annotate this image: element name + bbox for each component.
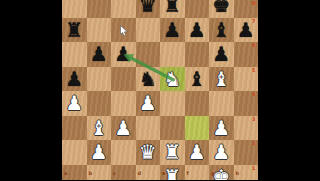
white-pawn[interactable]: ♟ [90,142,108,162]
white-queen[interactable]: ♛ [139,142,157,162]
square-b1[interactable] [87,165,112,181]
square-f6[interactable] [185,42,210,67]
white-rook[interactable]: ♜ [163,142,181,162]
black-queen[interactable]: ♛ [139,0,157,15]
square-a6[interactable] [62,42,87,67]
white-knight[interactable]: ♞ [163,68,181,88]
square-d8[interactable]: ♛ [136,0,161,18]
chess-board: ♛♜♚♜♟♟♝♟♟♟♟♟♞♞♝♝♟♟♝♟♟♟♛♜♟♟♜♚87654321abcd… [62,0,258,180]
square-c3[interactable]: ♟ [111,116,136,141]
square-d6[interactable] [136,42,161,67]
square-b7[interactable] [87,18,112,43]
square-d1[interactable] [136,165,161,181]
square-f7[interactable]: ♟ [185,18,210,43]
square-h4[interactable] [234,91,259,116]
square-e5[interactable]: ♞ [160,67,185,92]
square-d5[interactable]: ♞ [136,67,161,92]
square-h7[interactable]: ♟ [234,18,259,43]
white-pawn[interactable]: ♟ [65,93,83,113]
square-f3[interactable] [185,116,210,141]
square-e3[interactable] [160,116,185,141]
square-c2[interactable] [111,140,136,165]
square-a8[interactable] [62,0,87,18]
square-f1[interactable] [185,165,210,181]
square-c4[interactable] [111,91,136,116]
square-a2[interactable] [62,140,87,165]
square-b8[interactable] [87,0,112,18]
square-g6[interactable]: ♟ [209,42,234,67]
square-f5[interactable]: ♝ [185,67,210,92]
square-f2[interactable]: ♟ [185,140,210,165]
white-pawn[interactable]: ♟ [212,117,230,137]
square-h8[interactable] [234,0,259,18]
square-g4[interactable] [209,91,234,116]
white-bishop[interactable]: ♝ [90,117,108,137]
black-pawn[interactable]: ♟ [237,19,255,39]
square-e1[interactable]: ♜ [160,165,185,181]
square-c6[interactable]: ♟ [111,42,136,67]
square-f8[interactable] [185,0,210,18]
white-king[interactable]: ♚ [212,166,230,180]
black-bishop[interactable]: ♝ [212,19,230,39]
black-king[interactable]: ♚ [212,0,230,15]
square-d4[interactable]: ♟ [136,91,161,116]
square-c8[interactable] [111,0,136,18]
square-a3[interactable] [62,116,87,141]
square-h2[interactable] [234,140,259,165]
square-e4[interactable] [160,91,185,116]
square-c7[interactable] [111,18,136,43]
black-bishop[interactable]: ♝ [188,68,206,88]
square-g2[interactable]: ♟ [209,140,234,165]
black-rook[interactable]: ♜ [65,19,83,39]
square-e7[interactable]: ♟ [160,18,185,43]
square-c5[interactable] [111,67,136,92]
square-b2[interactable]: ♟ [87,140,112,165]
square-h6[interactable] [234,42,259,67]
black-pawn[interactable]: ♟ [114,44,132,64]
black-knight[interactable]: ♞ [139,68,157,88]
square-d3[interactable] [136,116,161,141]
white-rook[interactable]: ♜ [163,166,181,180]
black-pawn[interactable]: ♟ [212,44,230,64]
white-pawn[interactable]: ♟ [114,117,132,137]
black-pawn[interactable]: ♟ [163,19,181,39]
black-pawn[interactable]: ♟ [65,68,83,88]
square-e2[interactable]: ♜ [160,140,185,165]
square-b5[interactable] [87,67,112,92]
square-e6[interactable] [160,42,185,67]
square-b3[interactable]: ♝ [87,116,112,141]
white-pawn[interactable]: ♟ [139,93,157,113]
square-d7[interactable] [136,18,161,43]
square-h5[interactable] [234,67,259,92]
square-b4[interactable] [87,91,112,116]
square-g3[interactable]: ♟ [209,116,234,141]
black-pawn[interactable]: ♟ [188,19,206,39]
square-b6[interactable]: ♟ [87,42,112,67]
white-pawn[interactable]: ♟ [212,142,230,162]
white-pawn[interactable]: ♟ [188,142,206,162]
square-d2[interactable]: ♛ [136,140,161,165]
square-g5[interactable]: ♝ [209,67,234,92]
square-a7[interactable]: ♜ [62,18,87,43]
black-pawn[interactable]: ♟ [90,44,108,64]
square-e8[interactable]: ♜ [160,0,185,18]
square-a5[interactable]: ♟ [62,67,87,92]
square-a4[interactable]: ♟ [62,91,87,116]
square-h3[interactable] [234,116,259,141]
square-f4[interactable] [185,91,210,116]
square-c1[interactable] [111,165,136,181]
black-rook[interactable]: ♜ [163,0,181,15]
square-g7[interactable]: ♝ [209,18,234,43]
square-g8[interactable]: ♚ [209,0,234,18]
screenshot-stage: ♛♜♚♜♟♟♝♟♟♟♟♟♞♞♝♝♟♟♝♟♟♟♛♜♟♟♜♚87654321abcd… [0,0,320,180]
white-bishop[interactable]: ♝ [212,68,230,88]
square-g1[interactable]: ♚ [209,165,234,181]
square-a1[interactable] [62,165,87,181]
square-h1[interactable] [234,165,259,181]
